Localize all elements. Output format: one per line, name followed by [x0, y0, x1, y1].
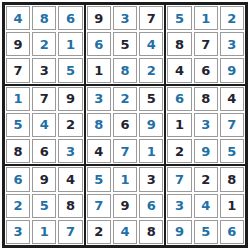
cell-r2c6-entered[interactable]: 4 — [139, 32, 163, 56]
cell-r6c4-given[interactable]: 4 — [87, 139, 111, 163]
cell-r5c5-given[interactable]: 6 — [113, 113, 137, 137]
sudoku-board: 4869217359376541825128734691795428633258… — [2, 2, 248, 248]
cell-r3c3-entered[interactable]: 5 — [58, 58, 82, 82]
cell-r8c2-entered[interactable]: 5 — [32, 194, 56, 218]
box-1-3: 512873469 — [165, 4, 246, 85]
cell-r3c2-given[interactable]: 3 — [32, 58, 56, 82]
cell-r2c9-entered[interactable]: 3 — [220, 32, 244, 56]
box-1-1: 486921735 — [4, 4, 85, 85]
cell-r7c6-given[interactable]: 3 — [139, 167, 163, 191]
box-1-2: 937654182 — [85, 4, 166, 85]
cell-r6c9-entered[interactable]: 5 — [220, 139, 244, 163]
cell-r3c8-given[interactable]: 6 — [194, 58, 218, 82]
cell-r8c5-given[interactable]: 9 — [113, 194, 137, 218]
cell-r7c2-given[interactable]: 9 — [32, 167, 56, 191]
cell-r9c3-entered[interactable]: 7 — [58, 220, 82, 244]
box-3-2: 513796248 — [85, 165, 166, 246]
cell-r7c8-given[interactable]: 2 — [194, 167, 218, 191]
cell-r8c4-entered[interactable]: 7 — [87, 194, 111, 218]
cell-r1c4-given[interactable]: 9 — [87, 6, 111, 30]
cell-r6c5-entered[interactable]: 7 — [113, 139, 137, 163]
cell-r2c5-given[interactable]: 5 — [113, 32, 137, 56]
cell-r5c8-entered[interactable]: 3 — [194, 113, 218, 137]
cell-r5c4-entered[interactable]: 8 — [87, 113, 111, 137]
cell-r1c6-given[interactable]: 7 — [139, 6, 163, 30]
cell-r3c5-entered[interactable]: 8 — [113, 58, 137, 82]
cell-r1c9-entered[interactable]: 2 — [220, 6, 244, 30]
box-3-1: 694258317 — [4, 165, 85, 246]
cell-r6c1-given[interactable]: 8 — [6, 139, 30, 163]
cell-r8c9-given[interactable]: 1 — [220, 194, 244, 218]
cell-r5c6-entered[interactable]: 9 — [139, 113, 163, 137]
cell-r6c8-entered[interactable]: 9 — [194, 139, 218, 163]
cell-r8c8-entered[interactable]: 4 — [194, 194, 218, 218]
cell-r4c1-entered[interactable]: 1 — [6, 87, 30, 111]
cell-r8c7-entered[interactable]: 3 — [167, 194, 191, 218]
box-3-3: 728341956 — [165, 165, 246, 246]
cell-r3c4-given[interactable]: 1 — [87, 58, 111, 82]
cell-r2c1-given[interactable]: 9 — [6, 32, 30, 56]
cell-r4c4-entered[interactable]: 3 — [87, 87, 111, 111]
cell-r5c3-given[interactable]: 2 — [58, 113, 82, 137]
cell-r7c4-entered[interactable]: 5 — [87, 167, 111, 191]
cell-r7c5-entered[interactable]: 1 — [113, 167, 137, 191]
cell-r5c1-entered[interactable]: 5 — [6, 113, 30, 137]
cell-r1c5-entered[interactable]: 3 — [113, 6, 137, 30]
cell-r4c9-given[interactable]: 4 — [220, 87, 244, 111]
cell-r6c7-given[interactable]: 2 — [167, 139, 191, 163]
cell-r9c7-entered[interactable]: 9 — [167, 220, 191, 244]
cell-r4c5-entered[interactable]: 2 — [113, 87, 137, 111]
cell-r7c7-entered[interactable]: 7 — [167, 167, 191, 191]
cell-r7c3-given[interactable]: 4 — [58, 167, 82, 191]
cell-r3c1-given[interactable]: 7 — [6, 58, 30, 82]
cell-r4c7-entered[interactable]: 6 — [167, 87, 191, 111]
cell-r1c7-entered[interactable]: 5 — [167, 6, 191, 30]
cell-r5c7-given[interactable]: 1 — [167, 113, 191, 137]
box-2-2: 325869471 — [85, 85, 166, 166]
cell-r4c6-given[interactable]: 5 — [139, 87, 163, 111]
cell-r3c6-entered[interactable]: 2 — [139, 58, 163, 82]
cell-r8c6-entered[interactable]: 6 — [139, 194, 163, 218]
cell-r4c3-given[interactable]: 9 — [58, 87, 82, 111]
cell-r2c7-given[interactable]: 8 — [167, 32, 191, 56]
cell-r2c3-entered[interactable]: 1 — [58, 32, 82, 56]
cell-r9c1-entered[interactable]: 3 — [6, 220, 30, 244]
cell-r2c2-entered[interactable]: 2 — [32, 32, 56, 56]
cell-r6c3-entered[interactable]: 3 — [58, 139, 82, 163]
cell-r9c4-given[interactable]: 2 — [87, 220, 111, 244]
cell-r9c9-entered[interactable]: 6 — [220, 220, 244, 244]
cell-r5c2-entered[interactable]: 4 — [32, 113, 56, 137]
cell-r3c7-given[interactable]: 4 — [167, 58, 191, 82]
cell-r1c8-entered[interactable]: 1 — [194, 6, 218, 30]
cell-r1c1-entered[interactable]: 4 — [6, 6, 30, 30]
box-2-3: 684137295 — [165, 85, 246, 166]
cell-r7c1-entered[interactable]: 6 — [6, 167, 30, 191]
cell-r5c9-entered[interactable]: 7 — [220, 113, 244, 137]
cell-r9c5-entered[interactable]: 4 — [113, 220, 137, 244]
cell-r3c9-entered[interactable]: 9 — [220, 58, 244, 82]
cell-r9c8-entered[interactable]: 5 — [194, 220, 218, 244]
cell-r1c2-entered[interactable]: 8 — [32, 6, 56, 30]
cell-r4c2-given[interactable]: 7 — [32, 87, 56, 111]
cell-r8c1-entered[interactable]: 2 — [6, 194, 30, 218]
cell-r2c8-given[interactable]: 7 — [194, 32, 218, 56]
cell-r6c2-given[interactable]: 6 — [32, 139, 56, 163]
cell-r2c4-entered[interactable]: 6 — [87, 32, 111, 56]
cell-r6c6-entered[interactable]: 1 — [139, 139, 163, 163]
cell-r1c3-entered[interactable]: 6 — [58, 6, 82, 30]
cell-r7c9-given[interactable]: 8 — [220, 167, 244, 191]
cell-r9c2-entered[interactable]: 1 — [32, 220, 56, 244]
box-2-1: 179542863 — [4, 85, 85, 166]
cell-r4c8-given[interactable]: 8 — [194, 87, 218, 111]
cell-r8c3-given[interactable]: 8 — [58, 194, 82, 218]
cell-r9c6-given[interactable]: 8 — [139, 220, 163, 244]
